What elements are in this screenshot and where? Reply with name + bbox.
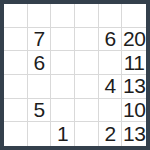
cell-r2c1-empty[interactable] bbox=[4, 28, 28, 52]
cell-r5c5-empty[interactable] bbox=[99, 99, 123, 123]
cell-r3c3-empty[interactable] bbox=[51, 51, 75, 75]
cell-r6c4-empty[interactable] bbox=[75, 122, 99, 146]
cell-r1c5-empty[interactable] bbox=[99, 4, 123, 28]
cell-r5c4-empty[interactable] bbox=[75, 99, 99, 123]
cell-r1c6-empty[interactable] bbox=[122, 4, 146, 28]
cell-r5c2-given: 5 bbox=[28, 99, 52, 123]
cell-r4c2-empty[interactable] bbox=[28, 75, 52, 99]
cell-r2c6-given: 20 bbox=[122, 28, 146, 52]
cell-r3c4-empty[interactable] bbox=[75, 51, 99, 75]
cell-r1c4-empty[interactable] bbox=[75, 4, 99, 28]
cell-r3c5-empty[interactable] bbox=[99, 51, 123, 75]
cell-r4c3-empty[interactable] bbox=[51, 75, 75, 99]
cell-r2c3-empty[interactable] bbox=[51, 28, 75, 52]
cell-r5c1-empty[interactable] bbox=[4, 99, 28, 123]
cell-r2c2-given: 7 bbox=[28, 28, 52, 52]
cell-r6c1-empty[interactable] bbox=[4, 122, 28, 146]
cell-r1c3-empty[interactable] bbox=[51, 4, 75, 28]
cell-r2c5-given: 6 bbox=[99, 28, 123, 52]
puzzle-board: 76206114135101213 bbox=[0, 0, 150, 150]
cell-r6c2-empty[interactable] bbox=[28, 122, 52, 146]
cell-r1c1-empty[interactable] bbox=[4, 4, 28, 28]
cell-r6c3-given: 1 bbox=[51, 122, 75, 146]
cell-r5c3-empty[interactable] bbox=[51, 99, 75, 123]
cell-r1c2-empty[interactable] bbox=[28, 4, 52, 28]
cell-r4c1-empty[interactable] bbox=[4, 75, 28, 99]
cell-r4c5-given: 4 bbox=[99, 75, 123, 99]
cell-r6c5-given: 2 bbox=[99, 122, 123, 146]
puzzle-grid: 76206114135101213 bbox=[4, 4, 146, 146]
cell-r3c1-empty[interactable] bbox=[4, 51, 28, 75]
cell-r3c2-given: 6 bbox=[28, 51, 52, 75]
cell-r3c6-given: 11 bbox=[122, 51, 146, 75]
cell-r2c4-empty[interactable] bbox=[75, 28, 99, 52]
cell-r6c6-given: 13 bbox=[122, 122, 146, 146]
cell-r4c4-empty[interactable] bbox=[75, 75, 99, 99]
cell-r4c6-given: 13 bbox=[122, 75, 146, 99]
cell-r5c6-given: 10 bbox=[122, 99, 146, 123]
